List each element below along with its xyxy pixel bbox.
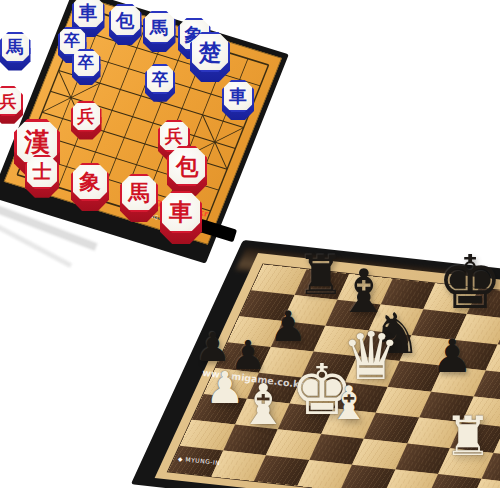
janggi-piece-character: 兵	[0, 90, 16, 113]
janggi-piece-side	[0, 40, 31, 71]
janggi-piece-blue-horse[interactable]: 馬	[0, 32, 31, 72]
janggi-piece-character: 馬	[6, 35, 23, 59]
janggi-piece-top: 馬	[0, 32, 31, 63]
janggi-piece-side	[0, 94, 23, 124]
product-photo-stage: www.migame.co.kr MYUNG-IN www.migame.co.…	[0, 0, 500, 488]
janggi-piece-red-soldier[interactable]: 兵	[0, 86, 23, 125]
janggi-piece-top: 兵	[0, 86, 23, 116]
